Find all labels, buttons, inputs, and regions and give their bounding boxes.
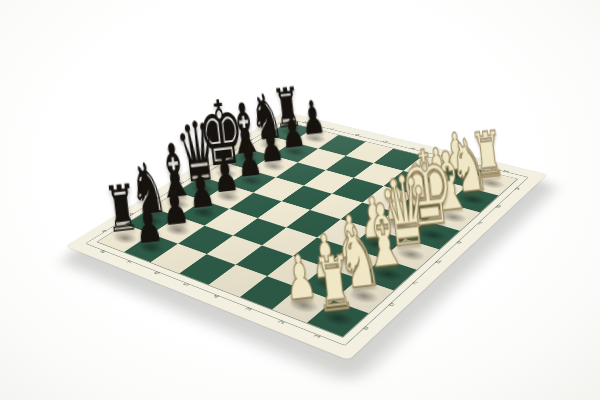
piece-black-pawn[interactable]: ♟ <box>185 163 217 217</box>
chess-mat: 87654321 87654321 hgfedcba hgfedcba ♜♟♟♜… <box>66 112 546 360</box>
board-perspective-wrapper: 87654321 87654321 hgfedcba hgfedcba ♜♟♟♜… <box>120 20 501 400</box>
photo-stage: 87654321 87654321 hgfedcba hgfedcba ♜♟♟♜… <box>0 0 600 400</box>
piece-black-pawn[interactable]: ♟ <box>132 195 166 252</box>
coordinate-label: 2 <box>260 308 303 337</box>
board-tilt-wrapper: 87654321 87654321 hgfedcba hgfedcba ♜♟♟♜… <box>0 0 600 400</box>
chess-board: ♜♟♟♜♞♟♟♞♝♟♟♝♚♟♟♚♛♟♟♛♝♟♟♝♞♟♟♞♜♟♟♜ <box>98 123 517 337</box>
